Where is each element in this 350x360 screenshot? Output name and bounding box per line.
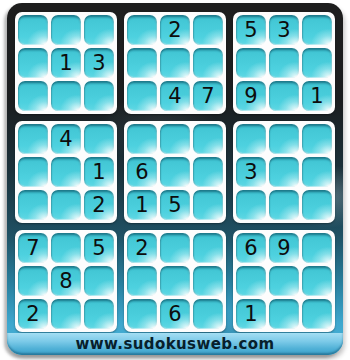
box-1: 13 <box>15 12 117 114</box>
cell-r9c1[interactable]: 2 <box>18 299 48 329</box>
cell-r7c9[interactable] <box>302 233 332 263</box>
cell-r1c6[interactable] <box>193 15 223 45</box>
cell-r7c8[interactable]: 9 <box>269 233 299 263</box>
cell-r9c2[interactable] <box>51 299 81 329</box>
cell-r3c8[interactable] <box>269 81 299 111</box>
cell-r4c9[interactable] <box>302 124 332 154</box>
cell-r3c5[interactable]: 4 <box>160 81 190 111</box>
cell-r5c2[interactable] <box>51 157 81 187</box>
cell-r1c9[interactable] <box>302 15 332 45</box>
box-4: 412 <box>15 121 117 223</box>
cell-r8c9[interactable] <box>302 266 332 296</box>
box-9: 691 <box>233 230 335 332</box>
cell-r4c7[interactable] <box>236 124 266 154</box>
sudoku-card: 1324753914126153758226691 www.sudokusweb… <box>7 3 343 355</box>
cell-r2c7[interactable] <box>236 48 266 78</box>
cell-r2c6[interactable] <box>193 48 223 78</box>
cell-r4c6[interactable] <box>193 124 223 154</box>
cell-r5c7[interactable]: 3 <box>236 157 266 187</box>
cell-r5c1[interactable] <box>18 157 48 187</box>
cell-r2c5[interactable] <box>160 48 190 78</box>
box-3: 5391 <box>233 12 335 114</box>
cell-r2c8[interactable] <box>269 48 299 78</box>
cell-r5c5[interactable] <box>160 157 190 187</box>
cell-r3c4[interactable] <box>127 81 157 111</box>
cell-r7c3[interactable]: 5 <box>84 233 114 263</box>
cell-r8c2[interactable]: 8 <box>51 266 81 296</box>
cell-r4c2[interactable]: 4 <box>51 124 81 154</box>
cell-r1c2[interactable] <box>51 15 81 45</box>
sudoku-board: 1324753914126153758226691 <box>15 12 335 332</box>
cell-r1c4[interactable] <box>127 15 157 45</box>
cell-r4c8[interactable] <box>269 124 299 154</box>
box-7: 7582 <box>15 230 117 332</box>
cell-r6c3[interactable]: 2 <box>84 190 114 220</box>
cell-r3c1[interactable] <box>18 81 48 111</box>
box-2: 247 <box>124 12 226 114</box>
box-8: 26 <box>124 230 226 332</box>
cell-r3c7[interactable]: 9 <box>236 81 266 111</box>
cell-r9c3[interactable] <box>84 299 114 329</box>
footer-band: www.sudokusweb.com <box>7 333 343 355</box>
cell-r6c7[interactable] <box>236 190 266 220</box>
cell-r9c6[interactable] <box>193 299 223 329</box>
cell-r9c4[interactable] <box>127 299 157 329</box>
cell-r4c1[interactable] <box>18 124 48 154</box>
cell-r7c6[interactable] <box>193 233 223 263</box>
cell-r2c9[interactable] <box>302 48 332 78</box>
cell-r8c1[interactable] <box>18 266 48 296</box>
cell-r7c2[interactable] <box>51 233 81 263</box>
cell-r7c1[interactable]: 7 <box>18 233 48 263</box>
cell-r2c3[interactable]: 3 <box>84 48 114 78</box>
box-6: 3 <box>233 121 335 223</box>
cell-r9c8[interactable] <box>269 299 299 329</box>
cell-r4c5[interactable] <box>160 124 190 154</box>
cell-r9c9[interactable] <box>302 299 332 329</box>
cell-r1c7[interactable]: 5 <box>236 15 266 45</box>
page: 1324753914126153758226691 www.sudokusweb… <box>0 0 350 360</box>
cell-r8c7[interactable] <box>236 266 266 296</box>
cell-r6c2[interactable] <box>51 190 81 220</box>
cell-r5c8[interactable] <box>269 157 299 187</box>
cell-r5c3[interactable]: 1 <box>84 157 114 187</box>
cell-r2c1[interactable] <box>18 48 48 78</box>
cell-r3c9[interactable]: 1 <box>302 81 332 111</box>
cell-r5c9[interactable] <box>302 157 332 187</box>
cell-r4c3[interactable] <box>84 124 114 154</box>
box-5: 615 <box>124 121 226 223</box>
cell-r8c8[interactable] <box>269 266 299 296</box>
cell-r1c1[interactable] <box>18 15 48 45</box>
cell-r1c5[interactable]: 2 <box>160 15 190 45</box>
cell-r1c3[interactable] <box>84 15 114 45</box>
cell-r8c4[interactable] <box>127 266 157 296</box>
cell-r3c6[interactable]: 7 <box>193 81 223 111</box>
cell-r8c3[interactable] <box>84 266 114 296</box>
cell-r9c7[interactable]: 1 <box>236 299 266 329</box>
cell-r9c5[interactable]: 6 <box>160 299 190 329</box>
cell-r6c1[interactable] <box>18 190 48 220</box>
cell-r7c7[interactable]: 6 <box>236 233 266 263</box>
cell-r6c9[interactable] <box>302 190 332 220</box>
cell-r7c5[interactable] <box>160 233 190 263</box>
cell-r6c6[interactable] <box>193 190 223 220</box>
cell-r6c8[interactable] <box>269 190 299 220</box>
cell-r8c5[interactable] <box>160 266 190 296</box>
cell-r6c5[interactable]: 5 <box>160 190 190 220</box>
cell-r3c3[interactable] <box>84 81 114 111</box>
cell-r8c6[interactable] <box>193 266 223 296</box>
site-url: www.sudokusweb.com <box>75 335 274 353</box>
cell-r6c4[interactable]: 1 <box>127 190 157 220</box>
cell-r3c2[interactable] <box>51 81 81 111</box>
cell-r5c4[interactable]: 6 <box>127 157 157 187</box>
cell-r7c4[interactable]: 2 <box>127 233 157 263</box>
cell-r5c6[interactable] <box>193 157 223 187</box>
cell-r2c2[interactable]: 1 <box>51 48 81 78</box>
cell-r4c4[interactable] <box>127 124 157 154</box>
cell-r2c4[interactable] <box>127 48 157 78</box>
cell-r1c8[interactable]: 3 <box>269 15 299 45</box>
